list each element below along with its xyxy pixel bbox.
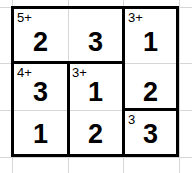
cell-r3c1[interactable]: 1 [14,111,67,154]
cage-label: 3+ [72,66,87,79]
cell-value: 2 [143,79,158,106]
cell-r3c3[interactable]: 3 3 [125,111,176,154]
cage-label: 3 [128,113,135,126]
cell-r2c1[interactable]: 4+ 3 [14,64,67,108]
cell-r3c2[interactable]: 2 [69,111,122,154]
cell-value: 1 [88,79,103,106]
gridline-horizontal [0,157,192,158]
cell-r2c2[interactable]: 3+ 1 [69,64,122,108]
gridline-vertical [179,0,180,173]
cell-r1c1[interactable]: 5+ 2 [14,9,67,61]
cell-value: 3 [88,29,103,56]
cage-label: 3+ [128,11,143,24]
cell-r1c3[interactable]: 3+ 1 [125,9,176,61]
cage-label: 5+ [17,11,32,24]
cell-value: 1 [143,29,158,56]
kenken-board: 5+ 2 3 3+ 1 4+ 3 3+ 1 2 1 2 3 3 [0,0,192,173]
cell-r2c3[interactable]: 2 [125,64,176,108]
cage-label: 4+ [17,66,32,79]
cell-r1c2[interactable]: 3 [69,9,122,61]
cell-value: 2 [88,121,103,148]
cell-value: 3 [33,79,48,106]
cell-value: 3 [143,121,158,148]
cell-value: 2 [33,29,48,56]
cell-value: 1 [33,121,48,148]
